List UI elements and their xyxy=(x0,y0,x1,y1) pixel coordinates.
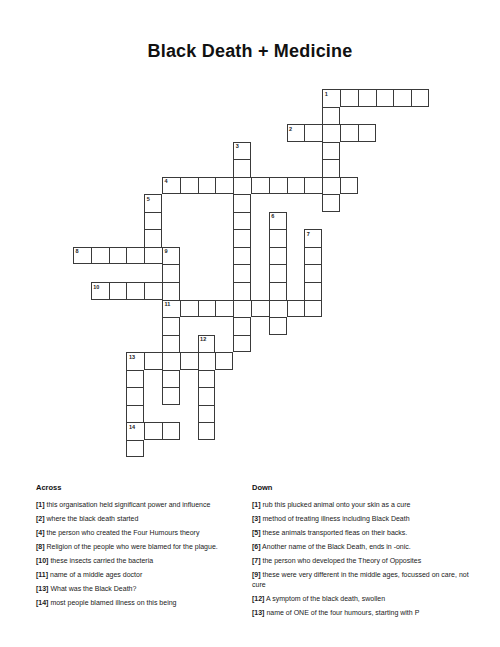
clue-number: [8] xyxy=(36,543,45,550)
across-clue-10: [10] these insects carried the bacteria xyxy=(36,556,254,566)
cell-number: 7 xyxy=(307,231,310,237)
grid-cell[interactable] xyxy=(198,387,216,405)
cell-number: 9 xyxy=(164,248,167,254)
clue-number: [10] xyxy=(36,557,48,564)
grid-cell[interactable] xyxy=(233,212,251,230)
grid-cell[interactable]: 5 xyxy=(144,194,162,212)
grid-cell[interactable] xyxy=(269,177,287,195)
grid-cell[interactable] xyxy=(304,264,322,282)
down-clue-3: [3] method of treating illness including… xyxy=(252,514,481,524)
grid-cell[interactable] xyxy=(340,177,358,195)
clue-number: [1] xyxy=(36,501,45,508)
grid-cell[interactable]: 10 xyxy=(91,282,109,300)
clue-number: [12] xyxy=(252,595,264,602)
grid-cell[interactable] xyxy=(233,264,251,282)
grid-cell[interactable] xyxy=(198,300,216,318)
grid-cell[interactable]: 11 xyxy=(162,300,180,318)
down-clue-list: [1] rub this plucked animal onto your sk… xyxy=(252,500,481,617)
grid-cell[interactable]: 6 xyxy=(269,212,287,230)
grid-cell[interactable] xyxy=(269,229,287,247)
grid-cell[interactable] xyxy=(180,177,198,195)
cell-number: 13 xyxy=(129,354,135,360)
grid-cell[interactable] xyxy=(162,352,180,370)
grid-cell[interactable] xyxy=(322,177,340,195)
grid-cell[interactable]: 2 xyxy=(287,124,305,142)
grid-cell[interactable] xyxy=(304,282,322,300)
grid-cell[interactable] xyxy=(340,89,358,107)
puzzle-title: Black Death + Medicine xyxy=(0,41,500,62)
grid-cell[interactable] xyxy=(109,282,127,300)
across-clue-8: [8] Religion of the people who were blam… xyxy=(36,542,254,552)
grid-cell[interactable] xyxy=(198,352,216,370)
grid-cell[interactable] xyxy=(180,352,198,370)
grid-cell[interactable] xyxy=(144,422,162,440)
grid-cell[interactable] xyxy=(144,229,162,247)
cell-number: 10 xyxy=(93,284,99,290)
clue-number: [5] xyxy=(252,529,261,536)
across-clues-section: Across [1] this organisation held signif… xyxy=(36,483,254,612)
across-clue-4: [4] the person who created the Four Humo… xyxy=(36,528,254,538)
grid-cell[interactable] xyxy=(233,177,251,195)
grid-cell[interactable]: 3 xyxy=(233,142,251,160)
grid-cell[interactable] xyxy=(162,335,180,353)
grid-cell[interactable] xyxy=(304,247,322,265)
grid-cell[interactable] xyxy=(322,159,340,177)
clue-number: [13] xyxy=(252,609,264,616)
cell-number: 4 xyxy=(164,178,167,184)
grid-cell[interactable] xyxy=(215,352,233,370)
across-header: Across xyxy=(36,483,254,492)
down-clue-13: [13] name of ONE of the four humours, st… xyxy=(252,608,481,618)
grid-cell[interactable] xyxy=(376,89,394,107)
across-clue-1: [1] this organisation held significant p… xyxy=(36,500,254,510)
grid-cell[interactable]: 1 xyxy=(322,89,340,107)
grid-cell[interactable] xyxy=(162,282,180,300)
grid-cell[interactable] xyxy=(233,159,251,177)
grid-cell[interactable] xyxy=(393,89,411,107)
cell-number: 2 xyxy=(289,126,292,132)
clue-number: [11] xyxy=(36,571,48,578)
grid-cell[interactable] xyxy=(144,247,162,265)
grid-cell[interactable] xyxy=(162,370,180,388)
grid-cell[interactable] xyxy=(233,317,251,335)
grid-cell[interactable] xyxy=(215,300,233,318)
grid-cell[interactable] xyxy=(162,387,180,405)
grid-cell[interactable] xyxy=(269,300,287,318)
grid-cell[interactable] xyxy=(269,282,287,300)
down-clue-12: [12] A symptom of the black death, swoll… xyxy=(252,594,481,604)
clue-number: [14] xyxy=(36,599,48,606)
grid-cell[interactable] xyxy=(304,124,322,142)
grid-cell[interactable] xyxy=(233,229,251,247)
across-clue-14: [14] most people blamed illness on this … xyxy=(36,598,254,608)
grid-cell[interactable] xyxy=(251,300,269,318)
down-clue-6: [6] Another name of the Black Death, end… xyxy=(252,542,481,552)
clue-number: [3] xyxy=(252,515,261,522)
grid-cell[interactable] xyxy=(126,405,144,423)
cell-number: 14 xyxy=(129,424,135,430)
grid-cell[interactable] xyxy=(269,247,287,265)
grid-cell[interactable] xyxy=(198,370,216,388)
grid-cell[interactable] xyxy=(144,282,162,300)
grid-cell[interactable] xyxy=(126,247,144,265)
cell-number: 5 xyxy=(147,196,150,202)
cell-number: 6 xyxy=(271,213,274,219)
grid-cell[interactable] xyxy=(162,422,180,440)
grid-cell[interactable] xyxy=(144,212,162,230)
grid-cell[interactable] xyxy=(233,282,251,300)
down-clue-1: [1] rub this plucked animal onto your sk… xyxy=(252,500,481,510)
grid-cell[interactable] xyxy=(126,387,144,405)
grid-cell[interactable] xyxy=(304,300,322,318)
grid-cell[interactable] xyxy=(215,177,233,195)
clue-number: [4] xyxy=(36,529,45,536)
grid-cell[interactable] xyxy=(322,194,340,212)
cell-number: 3 xyxy=(236,143,239,149)
down-clue-9: [9] these were very different in the mid… xyxy=(252,570,481,589)
clue-number: [9] xyxy=(252,571,261,578)
grid-cell[interactable]: 13 xyxy=(126,352,144,370)
grid-cell[interactable]: 12 xyxy=(198,335,216,353)
grid-cell[interactable] xyxy=(162,317,180,335)
grid-cell[interactable] xyxy=(180,300,198,318)
grid-cell[interactable] xyxy=(233,247,251,265)
grid-cell[interactable] xyxy=(198,177,216,195)
cell-number: 8 xyxy=(76,248,79,254)
grid-cell[interactable] xyxy=(358,89,376,107)
grid-cell[interactable] xyxy=(144,352,162,370)
grid-cell[interactable] xyxy=(322,124,340,142)
crossword-board: 1234567891110121314 xyxy=(73,89,429,457)
grid-cell[interactable] xyxy=(198,405,216,423)
across-clue-11: [11] name of a middle ages doctor xyxy=(36,570,254,580)
grid-cell[interactable] xyxy=(126,370,144,388)
grid-cell[interactable] xyxy=(251,177,269,195)
across-clue-2: [2] where the black death started xyxy=(36,514,254,524)
grid-cell[interactable] xyxy=(162,264,180,282)
grid-cell[interactable]: 8 xyxy=(73,247,91,265)
grid-cell[interactable] xyxy=(269,317,287,335)
grid-cell[interactable] xyxy=(233,300,251,318)
clue-number: [13] xyxy=(36,585,48,592)
clue-number: [2] xyxy=(36,515,45,522)
grid-cell[interactable] xyxy=(287,300,305,318)
cell-number: 1 xyxy=(325,91,328,97)
grid-cell[interactable] xyxy=(126,282,144,300)
clue-number: [7] xyxy=(252,557,261,564)
down-clues-section: Down [1] rub this plucked animal onto yo… xyxy=(252,483,481,622)
cell-number: 11 xyxy=(164,301,170,307)
grid-cell[interactable] xyxy=(269,264,287,282)
across-clue-list: [1] this organisation held significant p… xyxy=(36,500,254,608)
grid-cell[interactable]: 4 xyxy=(162,177,180,195)
grid-cell[interactable] xyxy=(287,177,305,195)
down-clue-7: [7] the person who developed the Theory … xyxy=(252,556,481,566)
grid-cell[interactable] xyxy=(322,107,340,125)
grid-cell[interactable] xyxy=(233,335,251,353)
grid-cell[interactable] xyxy=(91,247,109,265)
grid-cell[interactable] xyxy=(340,124,358,142)
grid-cell[interactable] xyxy=(322,142,340,160)
grid-cell[interactable]: 7 xyxy=(304,229,322,247)
grid-cell[interactable] xyxy=(411,89,429,107)
down-header: Down xyxy=(252,483,481,492)
down-clue-5: [5] these animals transported fleas on t… xyxy=(252,528,481,538)
grid-cell[interactable] xyxy=(358,124,376,142)
clue-number: [6] xyxy=(252,543,261,550)
grid-cell[interactable] xyxy=(233,194,251,212)
grid-cell[interactable] xyxy=(109,247,127,265)
page: Black Death + Medicine 12345678911101213… xyxy=(0,0,500,647)
grid-cell[interactable] xyxy=(198,422,216,440)
across-clue-13: [13] What was the Black Death? xyxy=(36,584,254,594)
clue-number: [1] xyxy=(252,501,261,508)
grid-cell[interactable]: 14 xyxy=(126,422,144,440)
grid-cell[interactable] xyxy=(126,440,144,458)
grid-cell[interactable]: 9 xyxy=(162,247,180,265)
cell-number: 12 xyxy=(200,336,206,342)
grid-cell[interactable] xyxy=(304,177,322,195)
